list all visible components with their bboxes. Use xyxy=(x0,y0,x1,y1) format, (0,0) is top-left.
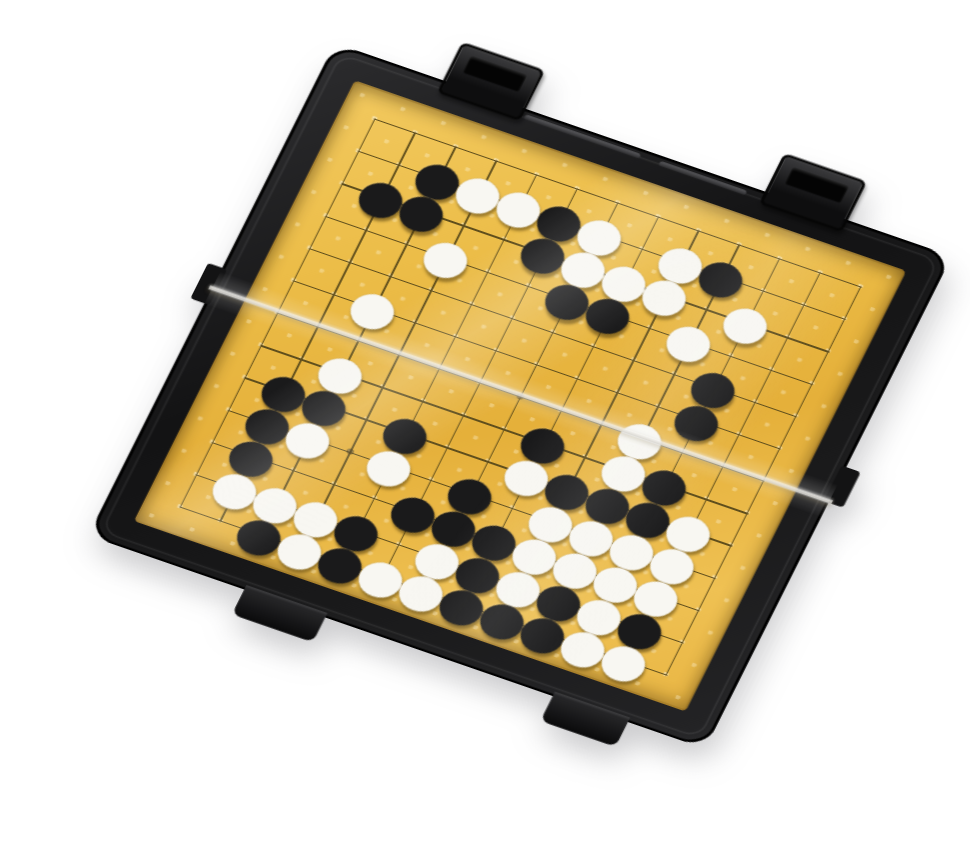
go-case-wrap: ●●●●●●●●●●●●●●●●●●●●●●●●●●●●●●●●●●●●●●●●… xyxy=(88,43,952,749)
go-case: ●●●●●●●●●●●●●●●●●●●●●●●●●●●●●●●●●●●●●●●●… xyxy=(88,43,952,749)
latch-slot xyxy=(463,56,527,92)
stone-black: ● xyxy=(672,399,723,441)
stone-white: ● xyxy=(349,287,400,329)
hoshi-point xyxy=(345,447,354,455)
stone-white: ● xyxy=(284,416,335,458)
stone-white: ● xyxy=(721,302,772,344)
stone-white: ● xyxy=(599,639,650,681)
product-photo-stage: ●●●●●●●●●●●●●●●●●●●●●●●●●●●●●●●●●●●●●●●●… xyxy=(0,0,970,848)
stone-white: ● xyxy=(421,236,472,278)
stone-black: ● xyxy=(583,292,634,334)
latch-slot xyxy=(785,167,849,203)
